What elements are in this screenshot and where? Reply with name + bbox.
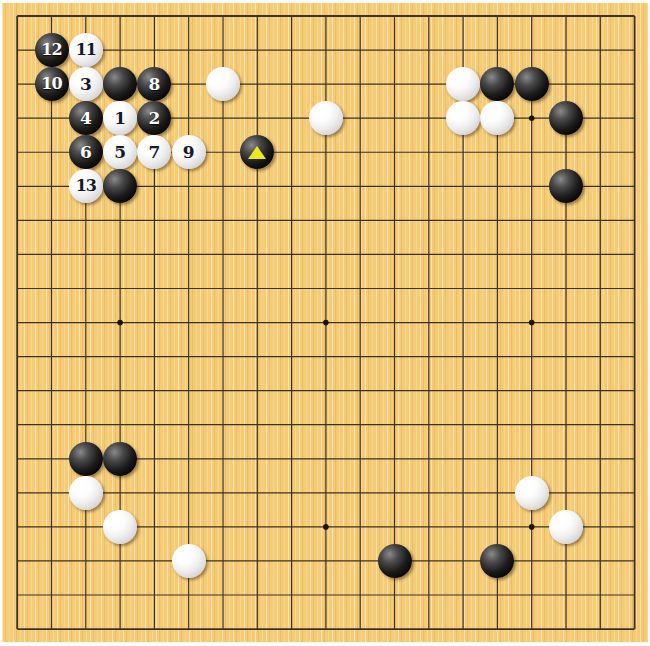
stone-black: 2 (137, 101, 171, 135)
move-number-label: 4 (69, 101, 103, 135)
stone-white (103, 510, 137, 544)
stone-white: 7 (137, 135, 171, 169)
move-number-label: 9 (172, 135, 206, 169)
move-number-label: 3 (69, 67, 103, 101)
move-number-label: 10 (35, 67, 69, 101)
stone-black: 4 (69, 101, 103, 135)
stone-white (206, 67, 240, 101)
stone-white (549, 510, 583, 544)
stone-white (446, 67, 480, 101)
stone-black (103, 67, 137, 101)
move-number-label: 11 (69, 33, 103, 67)
stone-white (309, 101, 343, 135)
go-board[interactable]: 12111038412657913 (0, 0, 650, 646)
move-number-label: 6 (69, 135, 103, 169)
stone-white: 3 (69, 67, 103, 101)
stone-white: 5 (103, 135, 137, 169)
stone-black (240, 135, 274, 169)
stone-white (69, 476, 103, 510)
stone-black (480, 544, 514, 578)
stone-black (549, 169, 583, 203)
triangle-marker-icon (248, 146, 266, 159)
stone-black (69, 442, 103, 476)
move-number-label: 8 (137, 67, 171, 101)
stone-white: 11 (69, 33, 103, 67)
stone-white: 1 (103, 101, 137, 135)
stone-black (103, 442, 137, 476)
stone-white (446, 101, 480, 135)
move-number-label: 13 (69, 169, 103, 203)
stone-white: 9 (172, 135, 206, 169)
stone-black (515, 67, 549, 101)
move-number-label: 2 (137, 101, 171, 135)
move-number-label: 7 (137, 135, 171, 169)
move-number-label: 12 (35, 33, 69, 67)
stone-white (172, 544, 206, 578)
stone-black (378, 544, 412, 578)
stone-black: 6 (69, 135, 103, 169)
stone-white (480, 101, 514, 135)
stone-white (515, 476, 549, 510)
stone-black (549, 101, 583, 135)
move-number-label: 1 (103, 101, 137, 135)
stone-white: 13 (69, 169, 103, 203)
stone-black (480, 67, 514, 101)
go-diagram: 12111038412657913 (0, 0, 650, 646)
stone-black: 8 (137, 67, 171, 101)
stone-black: 10 (35, 67, 69, 101)
stone-black: 12 (35, 33, 69, 67)
move-number-label: 5 (103, 135, 137, 169)
stone-black (103, 169, 137, 203)
